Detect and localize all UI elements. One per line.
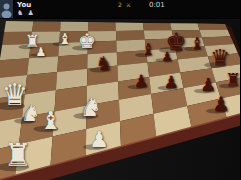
- piece-black-pawn[interactable]: ♟: [128, 73, 154, 90]
- piece-black-rook[interactable]: ♜: [220, 71, 241, 89]
- piece-white-bishop[interactable]: ♝: [32, 108, 70, 133]
- piece-white-pawn[interactable]: ♟: [32, 46, 50, 58]
- piece-black-queen[interactable]: ♛: [204, 47, 237, 69]
- piece-black-pawn[interactable]: ♟: [157, 50, 177, 63]
- piece-white-king[interactable]: ♚: [72, 31, 102, 51]
- captured-pieces-tray: ♞ ♟: [17, 9, 35, 17]
- piece-white-rook[interactable]: ♜: [0, 139, 42, 171]
- player-bar: You 2 ⚔ 0:01 ♞ ♟: [0, 0, 240, 19]
- square-shade: [116, 23, 144, 31]
- player-avatar[interactable]: [0, 0, 14, 18]
- player-name: You: [17, 1, 31, 9]
- chess-app-window: ♝♜♚♝♚♟♝♟♛♞♜♟♟♟♛♟♞♞♝♟♜ You 2 ⚔ 0:01 ♞ ♟: [0, 0, 240, 180]
- piece-white-knight[interactable]: ♞: [72, 95, 110, 120]
- game-clock: 0:01: [149, 1, 165, 9]
- piece-white-pawn[interactable]: ♟: [83, 129, 116, 151]
- square-shade: [0, 58, 29, 78]
- piece-black-pawn[interactable]: ♟: [158, 74, 184, 91]
- piece-black-knight[interactable]: ♞: [90, 54, 119, 73]
- board-scene: ♝♜♚♝♚♟♝♟♛♞♜♟♟♟♛♟♞♞♝♟♜: [0, 0, 240, 180]
- square-shade: [198, 24, 228, 30]
- person-icon: [0, 0, 13, 18]
- piece-black-pawn[interactable]: ♟: [206, 94, 236, 114]
- square-shade: [27, 56, 58, 75]
- status-icons: 2 ⚔: [118, 1, 132, 8]
